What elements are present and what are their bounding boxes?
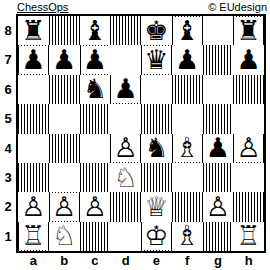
rank-label-2: 2	[1, 192, 15, 221]
file-label-e: e	[141, 253, 172, 268]
square-e2: ♕	[141, 192, 172, 221]
white-knight: ♘	[113, 164, 139, 192]
square-b5	[49, 104, 80, 133]
black-pawn: ♟	[174, 46, 200, 74]
file-label-a: a	[18, 253, 49, 268]
square-h4: ♙	[233, 134, 264, 163]
board: ♜♝♚♝♜♟♟♟♛♟♟♞♟♙♞♗♟♙♘♙♙♙♕♙♖♘♔♗♖	[18, 16, 264, 251]
square-g5	[203, 104, 234, 133]
square-h8: ♜	[233, 16, 264, 45]
square-g4: ♟	[203, 134, 234, 163]
black-bishop: ♝	[174, 17, 200, 45]
black-queen: ♛	[143, 46, 169, 74]
square-c4	[80, 134, 111, 163]
file-label-h: h	[233, 253, 264, 268]
square-d1	[110, 222, 141, 251]
file-label-g: g	[203, 253, 234, 268]
black-pawn: ♟	[236, 46, 262, 74]
board-frame: ♜♝♚♝♜♟♟♟♛♟♟♞♟♙♞♗♟♙♘♙♙♙♕♙♖♘♔♗♖	[16, 14, 266, 253]
square-c1	[80, 222, 111, 251]
square-a6	[18, 75, 49, 104]
square-c3	[80, 163, 111, 192]
square-b3	[49, 163, 80, 192]
black-knight: ♞	[82, 75, 108, 103]
square-g3	[203, 163, 234, 192]
square-g1	[203, 222, 234, 251]
square-a5	[18, 104, 49, 133]
square-d2	[110, 192, 141, 221]
square-e3	[141, 163, 172, 192]
white-pawn: ♙	[20, 193, 46, 221]
square-d4: ♙	[110, 134, 141, 163]
square-f5	[172, 104, 203, 133]
square-a1: ♖	[18, 222, 49, 251]
square-c5	[80, 104, 111, 133]
square-f3	[172, 163, 203, 192]
square-g2: ♙	[203, 192, 234, 221]
file-labels: abcdefgh	[18, 253, 264, 268]
square-e8: ♚	[141, 16, 172, 45]
white-pawn: ♙	[113, 134, 139, 162]
square-f7: ♟	[172, 45, 203, 74]
rank-labels: 87654321	[1, 16, 15, 251]
black-pawn: ♟	[20, 46, 46, 74]
rank-label-5: 5	[1, 104, 15, 133]
square-b6	[49, 75, 80, 104]
black-knight: ♞	[143, 134, 169, 162]
black-king: ♚	[143, 17, 169, 45]
square-h6	[233, 75, 264, 104]
rank-label-3: 3	[1, 163, 15, 192]
square-g7	[203, 45, 234, 74]
square-e6	[141, 75, 172, 104]
white-rook: ♖	[236, 222, 262, 250]
square-f6	[172, 75, 203, 104]
black-pawn: ♟	[82, 46, 108, 74]
white-queen: ♕	[143, 193, 169, 221]
square-a2: ♙	[18, 192, 49, 221]
square-b8	[49, 16, 80, 45]
white-bishop: ♗	[174, 222, 200, 250]
rank-label-8: 8	[1, 16, 15, 45]
square-f1: ♗	[172, 222, 203, 251]
square-a4	[18, 134, 49, 163]
white-pawn: ♙	[236, 134, 262, 162]
file-label-d: d	[110, 253, 141, 268]
white-bishop: ♗	[174, 134, 200, 162]
white-pawn: ♙	[205, 193, 231, 221]
white-pawn: ♙	[51, 193, 77, 221]
square-c2: ♙	[80, 192, 111, 221]
file-label-f: f	[172, 253, 203, 268]
square-d6: ♟	[110, 75, 141, 104]
square-g8	[203, 16, 234, 45]
square-e4: ♞	[141, 134, 172, 163]
black-rook: ♜	[20, 17, 46, 45]
black-pawn: ♟	[205, 134, 231, 162]
rank-label-4: 4	[1, 134, 15, 163]
square-a3	[18, 163, 49, 192]
rank-label-6: 6	[1, 75, 15, 104]
square-d5	[110, 104, 141, 133]
white-rook: ♖	[20, 222, 46, 250]
square-e5	[141, 104, 172, 133]
file-label-c: c	[80, 253, 111, 268]
square-g6	[203, 75, 234, 104]
square-b4	[49, 134, 80, 163]
square-a7: ♟	[18, 45, 49, 74]
rank-label-7: 7	[1, 45, 15, 74]
square-c6: ♞	[80, 75, 111, 104]
square-d8	[110, 16, 141, 45]
square-e7: ♛	[141, 45, 172, 74]
square-c8: ♝	[80, 16, 111, 45]
square-a8: ♜	[18, 16, 49, 45]
square-b7: ♟	[49, 45, 80, 74]
chessops-link[interactable]: ChessOps	[17, 1, 68, 13]
square-f2	[172, 192, 203, 221]
square-b1: ♘	[49, 222, 80, 251]
square-h3	[233, 163, 264, 192]
white-pawn: ♙	[82, 193, 108, 221]
copyright-credit: © EUdesign	[208, 1, 267, 13]
black-bishop: ♝	[82, 17, 108, 45]
rank-label-1: 1	[1, 222, 15, 251]
square-f8: ♝	[172, 16, 203, 45]
chessops-diagram: ChessOps © EUdesign 87654321 ♜♝♚♝♜♟♟♟♛♟♟…	[0, 0, 270, 270]
square-h7: ♟	[233, 45, 264, 74]
square-c7: ♟	[80, 45, 111, 74]
white-king: ♔	[143, 222, 169, 250]
file-label-b: b	[49, 253, 80, 268]
square-h2	[233, 192, 264, 221]
square-b2: ♙	[49, 192, 80, 221]
square-h5	[233, 104, 264, 133]
square-d3: ♘	[110, 163, 141, 192]
black-rook: ♜	[236, 17, 262, 45]
square-d7	[110, 45, 141, 74]
white-knight: ♘	[51, 222, 77, 250]
square-f4: ♗	[172, 134, 203, 163]
square-h1: ♖	[233, 222, 264, 251]
black-pawn: ♟	[113, 75, 139, 103]
square-e1: ♔	[141, 222, 172, 251]
black-pawn: ♟	[51, 46, 77, 74]
